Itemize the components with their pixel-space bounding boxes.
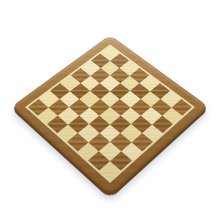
board-shadow (41, 39, 181, 179)
photo-background (0, 0, 222, 222)
chessboard-field (25, 44, 195, 183)
chessboard-frame (11, 35, 209, 197)
